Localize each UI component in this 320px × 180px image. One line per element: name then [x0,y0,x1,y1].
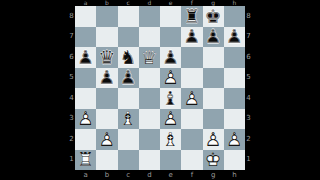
square-d8 [139,6,160,27]
file-label-f-bottom: f [181,170,202,180]
square-h6 [224,47,245,68]
white-bishop-e2: ♝♗ [160,129,181,150]
square-b5: ♟♙ [96,68,117,89]
square-e8 [160,6,181,27]
chess-board: abcdefgh8♜♖♚♔87♟♙♟♙♟♙76♟♙♛♕♞♘♛♕♟♙65♟♙♟♙♟… [68,0,252,180]
white-pawn-b2: ♟♙ [96,129,117,150]
square-a7 [75,27,96,48]
square-g3 [203,109,224,130]
square-a8 [75,6,96,27]
white-pawn-e3: ♟♙ [160,109,181,130]
rank-label-4-left: 4 [68,88,75,109]
white-pawn-g2: ♟♙ [203,129,224,150]
rank-label-2-right: 2 [245,129,252,150]
black-rook-f8: ♜♖ [181,6,202,27]
square-f7: ♟♙ [181,27,202,48]
square-d3 [139,109,160,130]
square-a3: ♟♙ [75,109,96,130]
square-c3: ♝♗ [118,109,139,130]
rank-label-5-right: 5 [245,68,252,89]
square-g2: ♟♙ [203,129,224,150]
square-d7 [139,27,160,48]
square-e7 [160,27,181,48]
square-e4: ♝♗ [160,88,181,109]
square-b6: ♛♕ [96,47,117,68]
square-c1 [118,150,139,171]
rank-label-3-left: 3 [68,109,75,130]
square-h3 [224,109,245,130]
white-pawn-f4: ♟♙ [181,88,202,109]
white-pawn-a3: ♟♙ [75,109,96,130]
square-b1 [96,150,117,171]
black-queen-b6: ♛♕ [96,47,117,68]
square-g8: ♚♔ [203,6,224,27]
square-g1: ♚♔ [203,150,224,171]
rank-label-4-right: 4 [245,88,252,109]
square-h4 [224,88,245,109]
rank-label-6-right: 6 [245,47,252,68]
file-label-h-bottom: h [224,170,245,180]
square-g6 [203,47,224,68]
square-b3 [96,109,117,130]
square-a5 [75,68,96,89]
rank-label-2-left: 2 [68,129,75,150]
square-d4 [139,88,160,109]
square-b8 [96,6,117,27]
white-rook-a1: ♜♖ [75,150,96,171]
rank-label-6-left: 6 [68,47,75,68]
square-c6: ♞♘ [118,47,139,68]
square-b7 [96,27,117,48]
rank-label-7-right: 7 [245,27,252,48]
black-bishop-e4: ♝♗ [160,88,181,109]
square-e6: ♟♙ [160,47,181,68]
rank-label-8-left: 8 [68,6,75,27]
file-label-a-bottom: a [75,170,96,180]
square-a4 [75,88,96,109]
black-pawn-c5: ♟♙ [118,68,139,89]
black-pawn-e6: ♟♙ [160,47,181,68]
square-b4 [96,88,117,109]
square-g4 [203,88,224,109]
file-label-b-bottom: b [96,170,117,180]
black-pawn-b5: ♟♙ [96,68,117,89]
square-g5 [203,68,224,89]
black-pawn-h7: ♟♙ [224,27,245,48]
square-h1 [224,150,245,171]
square-d1 [139,150,160,171]
square-a1: ♜♖ [75,150,96,171]
square-a2 [75,129,96,150]
square-b2: ♟♙ [96,129,117,150]
square-f5 [181,68,202,89]
square-h2: ♟♙ [224,129,245,150]
square-g7: ♟♙ [203,27,224,48]
square-d5 [139,68,160,89]
square-h7: ♟♙ [224,27,245,48]
square-f2 [181,129,202,150]
rank-label-7-left: 7 [68,27,75,48]
rank-label-5-left: 5 [68,68,75,89]
white-bishop-c3: ♝♗ [118,109,139,130]
square-e5: ♟♙ [160,68,181,89]
square-e1 [160,150,181,171]
rank-label-8-right: 8 [245,6,252,27]
white-queen-d6: ♛♕ [139,47,160,68]
black-pawn-g7: ♟♙ [203,27,224,48]
square-c4 [118,88,139,109]
square-h8 [224,6,245,27]
black-pawn-a6: ♟♙ [75,47,96,68]
black-king-g8: ♚♔ [203,6,224,27]
white-king-g1: ♚♔ [203,150,224,171]
letterboxed-canvas: abcdefgh8♜♖♚♔87♟♙♟♙♟♙76♟♙♛♕♞♘♛♕♟♙65♟♙♟♙♟… [0,0,320,180]
rank-label-1-right: 1 [245,150,252,171]
square-f1 [181,150,202,171]
file-label-e-bottom: e [160,170,181,180]
rank-label-1-left: 1 [68,150,75,171]
square-f8: ♜♖ [181,6,202,27]
square-h5 [224,68,245,89]
square-c2 [118,129,139,150]
square-c7 [118,27,139,48]
board-corner [68,170,75,180]
square-f3 [181,109,202,130]
white-pawn-h2: ♟♙ [224,129,245,150]
file-label-c-bottom: c [118,170,139,180]
white-pawn-e5: ♟♙ [160,68,181,89]
square-f6 [181,47,202,68]
rank-label-3-right: 3 [245,109,252,130]
file-label-g-bottom: g [203,170,224,180]
square-d2 [139,129,160,150]
black-knight-c6: ♞♘ [118,47,139,68]
file-label-d-bottom: d [139,170,160,180]
square-e2: ♝♗ [160,129,181,150]
square-c5: ♟♙ [118,68,139,89]
square-f4: ♟♙ [181,88,202,109]
square-a6: ♟♙ [75,47,96,68]
square-c8 [118,6,139,27]
square-d6: ♛♕ [139,47,160,68]
black-pawn-f7: ♟♙ [181,27,202,48]
board-corner [245,170,252,180]
square-e3: ♟♙ [160,109,181,130]
